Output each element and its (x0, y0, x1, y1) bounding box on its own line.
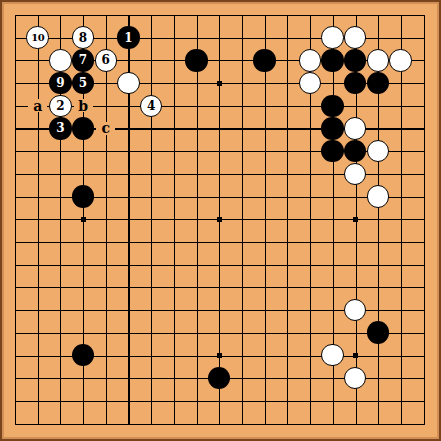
white-stone-glyph (389, 49, 411, 71)
black-stone[interactable] (321, 94, 344, 117)
star-point-dot (353, 217, 358, 222)
white-stone-move-4-glyph: 4 (140, 95, 162, 117)
white-stone-glyph (344, 299, 366, 321)
white-stone-move-8[interactable]: 8 (72, 26, 95, 49)
white-stone-move-10[interactable]: 10 (26, 26, 49, 49)
black-stone-glyph (72, 185, 94, 207)
white-stone-glyph (321, 26, 343, 48)
white-stone[interactable] (321, 344, 344, 367)
white-stone[interactable] (344, 117, 367, 140)
white-stone-glyph (49, 49, 71, 71)
black-stone-move-1-glyph: 1 (117, 26, 139, 48)
goban-grid[interactable]: 10817695243abc (4, 4, 435, 435)
white-stone-move-6[interactable]: 6 (94, 49, 117, 72)
black-stone-move-5-glyph: 5 (72, 72, 94, 94)
black-stone-glyph (344, 49, 366, 71)
black-stone-glyph (321, 49, 343, 71)
black-stone-glyph (321, 117, 343, 139)
white-stone[interactable] (299, 49, 322, 72)
black-stone-move-5[interactable]: 5 (72, 72, 95, 95)
white-stone-move-2[interactable]: 2 (49, 94, 72, 117)
black-stone-glyph (344, 140, 366, 162)
white-stone-glyph (367, 185, 389, 207)
white-stone-glyph (299, 72, 321, 94)
black-stone[interactable] (344, 140, 367, 163)
white-stone[interactable] (344, 162, 367, 185)
black-stone-glyph (367, 72, 389, 94)
black-stone[interactable] (72, 117, 95, 140)
white-stone-glyph (344, 163, 366, 185)
black-stone-move-9[interactable]: 9 (49, 72, 72, 95)
white-stone[interactable] (367, 140, 390, 163)
white-stone-glyph (299, 49, 321, 71)
black-stone[interactable] (185, 49, 208, 72)
black-stone-glyph (321, 140, 343, 162)
star-point-dot (81, 217, 86, 222)
black-stone[interactable] (321, 49, 344, 72)
black-stone-glyph (72, 344, 94, 366)
star-point-dot (217, 217, 222, 222)
star-point-dot (217, 353, 222, 358)
black-stone[interactable] (253, 49, 276, 72)
black-stone[interactable] (321, 117, 344, 140)
white-stone-glyph (367, 49, 389, 71)
white-stone[interactable] (321, 26, 344, 49)
black-stone-move-7[interactable]: 7 (72, 49, 95, 72)
black-stone-glyph (321, 95, 343, 117)
black-stone[interactable] (367, 321, 390, 344)
star-point (208, 344, 231, 367)
white-stone-move-4[interactable]: 4 (140, 94, 163, 117)
star-point (344, 208, 367, 231)
black-stone-move-3-glyph: 3 (49, 117, 71, 139)
white-stone-move-6-glyph: 6 (95, 49, 117, 71)
star-point (344, 344, 367, 367)
white-stone-glyph (367, 140, 389, 162)
black-stone[interactable] (72, 344, 95, 367)
white-stone[interactable] (344, 367, 367, 390)
black-stone-glyph (344, 72, 366, 94)
white-stone[interactable] (344, 299, 367, 322)
point-label-c[interactable]: c (94, 117, 117, 140)
star-point-dot (353, 353, 358, 358)
black-stone-move-9-glyph: 9 (49, 72, 71, 94)
white-stone-glyph (117, 72, 139, 94)
white-stone[interactable] (367, 49, 390, 72)
go-board: 10817695243abc (0, 0, 441, 441)
point-label-c-text: c (96, 122, 115, 135)
black-stone[interactable] (72, 185, 95, 208)
point-label-a-text: a (28, 99, 47, 112)
black-stone-move-3[interactable]: 3 (49, 117, 72, 140)
black-stone-glyph (253, 49, 275, 71)
black-stone[interactable] (344, 72, 367, 95)
point-label-b-text: b (74, 99, 93, 112)
point-label-b[interactable]: b (72, 94, 95, 117)
white-stone-glyph (344, 117, 366, 139)
white-stone-move-10-glyph: 10 (26, 26, 48, 48)
black-stone[interactable] (367, 72, 390, 95)
black-stone-move-7-glyph: 7 (72, 49, 94, 71)
black-stone[interactable] (208, 367, 231, 390)
white-stone[interactable] (49, 49, 72, 72)
white-stone[interactable] (299, 72, 322, 95)
black-stone-glyph (367, 321, 389, 343)
white-stone-move-8-glyph: 8 (72, 26, 94, 48)
white-stone-move-2-glyph: 2 (49, 95, 71, 117)
black-stone-glyph (72, 117, 94, 139)
white-stone-glyph (344, 26, 366, 48)
black-stone-glyph (185, 49, 207, 71)
star-point (208, 208, 231, 231)
white-stone[interactable] (367, 185, 390, 208)
star-point (72, 208, 95, 231)
point-label-a[interactable]: a (26, 94, 49, 117)
star-point (208, 72, 231, 95)
black-stone[interactable] (344, 49, 367, 72)
black-stone-move-1[interactable]: 1 (117, 26, 140, 49)
white-stone-glyph (344, 367, 366, 389)
white-stone-glyph (321, 344, 343, 366)
white-stone[interactable] (389, 49, 412, 72)
white-stone[interactable] (117, 72, 140, 95)
star-point-dot (217, 81, 222, 86)
black-stone-glyph (208, 367, 230, 389)
black-stone[interactable] (321, 140, 344, 163)
white-stone[interactable] (344, 26, 367, 49)
